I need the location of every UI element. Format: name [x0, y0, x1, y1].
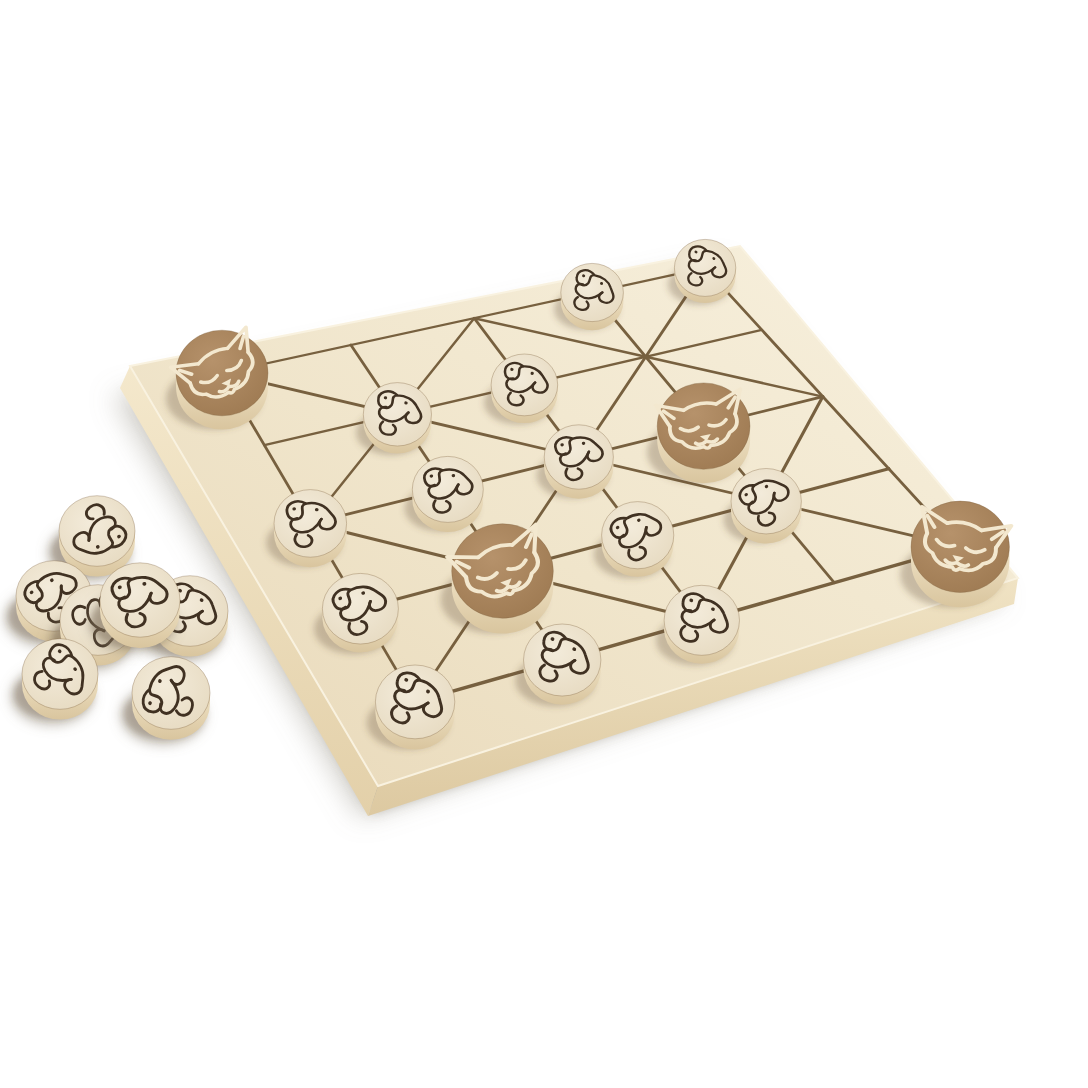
fox-piece-c0r0[interactable]: [166, 327, 270, 429]
piece-top: [452, 524, 554, 618]
goose-piece-c4r0[interactable]: [668, 239, 736, 304]
off-board-goose-7[interactable]: [123, 657, 210, 740]
piece-top: [22, 639, 98, 710]
off-board-goose-6[interactable]: [14, 639, 98, 720]
fox-and-geese-board-scene: [0, 0, 1088, 1088]
goose-piece-c3r0[interactable]: [554, 263, 624, 330]
product-photo: [0, 0, 1088, 1088]
